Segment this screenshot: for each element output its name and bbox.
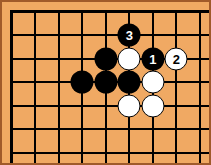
intersection — [118, 47, 142, 71]
move-number-label: 2 — [173, 52, 180, 65]
intersection — [141, 94, 165, 118]
white-stone — [118, 47, 141, 70]
move-number-label: 1 — [149, 52, 156, 65]
intersection — [165, 24, 189, 48]
intersection — [24, 71, 48, 95]
intersection — [141, 71, 165, 95]
intersection — [165, 0, 189, 24]
black-stone — [94, 47, 117, 70]
intersection — [47, 47, 71, 71]
intersection — [24, 141, 48, 165]
intersection: 3 — [118, 24, 142, 48]
intersection: 2 — [165, 47, 189, 71]
white-stone: 2 — [165, 47, 188, 70]
intersection — [94, 94, 118, 118]
go-board-diagram: 312 — [0, 0, 211, 165]
intersection: 1 — [141, 47, 165, 71]
intersection — [24, 24, 48, 48]
intersection — [0, 141, 24, 165]
intersection — [94, 118, 118, 142]
intersection — [0, 0, 24, 24]
intersection — [47, 141, 71, 165]
intersection — [165, 71, 189, 95]
intersection — [24, 118, 48, 142]
black-stone: 1 — [141, 47, 164, 70]
intersection — [188, 71, 211, 95]
intersection — [47, 71, 71, 95]
intersection — [24, 0, 48, 24]
white-stone — [141, 71, 164, 94]
intersection — [71, 0, 95, 24]
intersection — [118, 118, 142, 142]
intersection — [118, 71, 142, 95]
intersection — [0, 47, 24, 71]
intersection — [0, 118, 24, 142]
intersection — [94, 71, 118, 95]
intersection — [24, 94, 48, 118]
intersection — [71, 47, 95, 71]
intersection — [94, 141, 118, 165]
black-stone — [94, 71, 117, 94]
intersection — [141, 0, 165, 24]
intersection — [118, 0, 142, 24]
intersection — [165, 118, 189, 142]
intersection — [71, 71, 95, 95]
intersection — [118, 141, 142, 165]
intersection — [71, 141, 95, 165]
intersection — [188, 94, 211, 118]
go-board-grid: 312 — [0, 0, 211, 165]
black-stone — [71, 71, 94, 94]
intersection — [71, 94, 95, 118]
move-number-label: 3 — [126, 29, 133, 42]
intersection — [188, 47, 211, 71]
white-stone — [118, 94, 141, 117]
intersection — [71, 24, 95, 48]
intersection — [141, 141, 165, 165]
intersection — [188, 118, 211, 142]
intersection — [71, 118, 95, 142]
intersection — [94, 24, 118, 48]
intersection — [94, 47, 118, 71]
intersection — [118, 94, 142, 118]
intersection — [141, 24, 165, 48]
intersection — [188, 24, 211, 48]
intersection — [47, 118, 71, 142]
intersection — [47, 0, 71, 24]
intersection — [94, 0, 118, 24]
intersection — [0, 24, 24, 48]
intersection — [165, 141, 189, 165]
intersection — [188, 141, 211, 165]
intersection — [141, 118, 165, 142]
intersection — [188, 0, 211, 24]
intersection — [24, 47, 48, 71]
intersection — [47, 24, 71, 48]
intersection — [165, 94, 189, 118]
intersection — [47, 94, 71, 118]
black-stone — [118, 71, 141, 94]
white-stone — [141, 94, 164, 117]
intersection — [0, 94, 24, 118]
intersection — [0, 71, 24, 95]
black-stone: 3 — [118, 24, 141, 47]
